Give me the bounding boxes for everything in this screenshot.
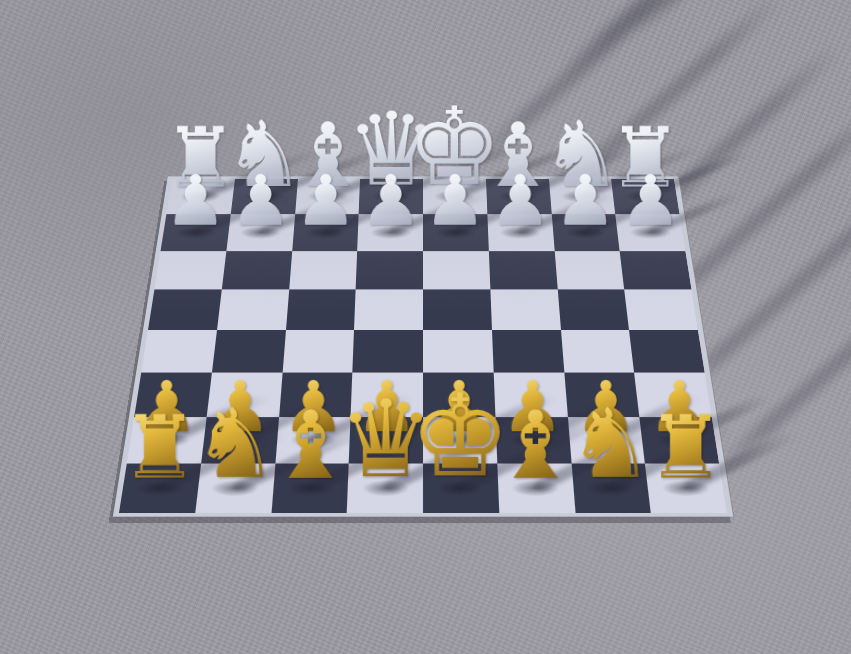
square-g7[interactable] [551,214,620,251]
square-e7[interactable] [423,214,489,251]
square-a5[interactable] [148,290,222,330]
ground-shadow-streak [625,0,814,40]
square-a7[interactable] [161,214,231,251]
square-f8[interactable] [486,179,552,214]
square-d6[interactable] [356,251,423,290]
square-f5[interactable] [490,290,560,330]
square-g5[interactable] [557,290,629,330]
chess-board: ♜♞♝♛♚♝♞♜♟♟♟♟♟♟♟♟♟♟♟♟♟♟♟♟♜♞♝♛♚♝♞♜ [113,176,733,516]
square-f7[interactable] [487,214,554,251]
square-a6[interactable] [154,251,226,290]
square-h5[interactable] [624,290,698,330]
square-b5[interactable] [217,290,289,330]
square-h8[interactable] [611,179,679,214]
square-d8[interactable] [359,179,423,214]
white-rook-glyph: ♜ [121,404,199,491]
square-a8[interactable] [166,179,234,214]
ground-shadow-streak [705,271,851,484]
scene-background: ♜♞♝♛♚♝♞♜♟♟♟♟♟♟♟♟♟♟♟♟♟♟♟♟♜♞♝♛♚♝♞♜ [0,0,851,654]
square-b8[interactable] [231,179,298,214]
square-d7[interactable] [357,214,423,251]
square-e5[interactable] [423,290,492,330]
square-g6[interactable] [554,251,624,290]
square-d5[interactable] [354,290,423,330]
chess-scene: ♜♞♝♛♚♝♞♜♟♟♟♟♟♟♟♟♟♟♟♟♟♟♟♟♜♞♝♛♚♝♞♜ [143,50,703,610]
white-rook-glyph: ♜ [646,404,724,491]
square-b6[interactable] [222,251,292,290]
square-c6[interactable] [289,251,358,290]
white-knight-glyph: ♞ [192,396,278,492]
square-h6[interactable] [620,251,692,290]
square-c7[interactable] [292,214,359,251]
square-e6[interactable] [423,251,490,290]
square-c8[interactable] [295,179,361,214]
square-h7[interactable] [615,214,685,251]
white-knight-glyph: ♞ [568,396,654,492]
square-c5[interactable] [286,290,356,330]
square-e8[interactable] [423,179,487,214]
square-g8[interactable] [549,179,616,214]
square-b7[interactable] [226,214,295,251]
white-bishop-glyph: ♝ [493,398,577,492]
square-f6[interactable] [489,251,558,290]
